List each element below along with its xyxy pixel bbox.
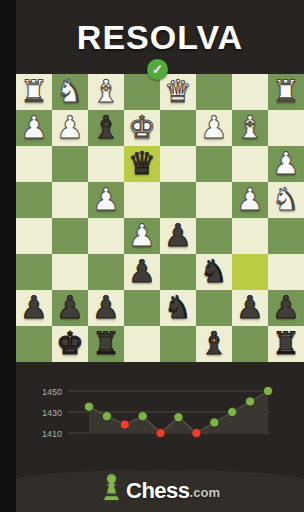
white-bishop: ♝ [88,74,124,110]
footer: Chess .com [16,458,304,512]
white-pawn: ♟ [268,146,304,182]
chess-board: ♜♞♝♛♜♟♟♝♚♟♝♛♟♟♟♞♟♟♟♞♟♟♟♞♟♟♚♜♝♜ [16,74,304,362]
square-a1[interactable]: ♜ [268,74,304,110]
black-rook: ♜ [88,326,124,362]
square-b2[interactable]: ♝ [232,110,268,146]
square-f7[interactable]: ♟ [88,290,124,326]
square-e2[interactable]: ♚ [124,110,160,146]
white-pawn: ♟ [52,110,88,146]
black-king: ♚ [52,326,88,362]
square-c8[interactable]: ♝ [196,326,232,362]
white-knight: ♞ [268,182,304,218]
correct-move-badge: ✓ [147,59,168,80]
square-a7[interactable]: ♟ [268,290,304,326]
square-a3[interactable]: ♟ [268,146,304,182]
square-g1[interactable]: ♞ [52,74,88,110]
square-b3[interactable] [232,146,268,182]
tick-label-1450: 1450 [42,387,62,397]
brand-name: Chess [126,478,190,504]
square-d3[interactable] [160,146,196,182]
square-f3[interactable] [88,146,124,182]
square-d7[interactable]: ♞ [160,290,196,326]
square-b7[interactable]: ♟ [232,290,268,326]
tick-label-1410: 1410 [42,429,62,439]
square-c1[interactable] [196,74,232,110]
square-h1[interactable]: ♜ [16,74,52,110]
square-d6[interactable] [160,254,196,290]
square-g4[interactable] [52,182,88,218]
square-e7[interactable] [124,290,160,326]
rating-point-10 [246,397,255,406]
brand-tld: .com [190,482,220,504]
white-rook: ♜ [268,74,304,110]
square-a6[interactable] [268,254,304,290]
white-bishop: ♝ [232,110,268,146]
square-h5[interactable] [16,218,52,254]
square-b8[interactable] [232,326,268,362]
square-d8[interactable] [160,326,196,362]
chesscom-logo[interactable]: Chess .com [16,472,304,504]
black-pawn: ♟ [160,218,196,254]
black-pawn: ♟ [52,290,88,326]
white-pawn: ♟ [124,218,160,254]
rating-point-9 [228,407,237,416]
rating-point-8 [210,418,219,427]
square-e4[interactable] [124,182,160,218]
square-f5[interactable] [88,218,124,254]
square-h3[interactable] [16,146,52,182]
square-b1[interactable] [232,74,268,110]
square-e6[interactable]: ♟ [124,254,160,290]
square-g7[interactable]: ♟ [52,290,88,326]
square-c5[interactable] [196,218,232,254]
square-f4[interactable]: ♟ [88,182,124,218]
square-g3[interactable] [52,146,88,182]
square-b4[interactable]: ♟ [232,182,268,218]
square-b6[interactable] [232,254,268,290]
rating-point-6 [174,413,183,422]
page-title: RESOLVA [77,18,243,57]
black-bishop: ♝ [88,110,124,146]
black-pawn: ♟ [88,290,124,326]
square-h8[interactable] [16,326,52,362]
black-pawn: ♟ [232,290,268,326]
square-h6[interactable] [16,254,52,290]
square-g6[interactable] [52,254,88,290]
square-a2[interactable] [268,110,304,146]
rating-point-1 [84,402,93,411]
rating-point-11 [263,386,272,395]
rating-chart-svg: 145014301410 [16,362,304,458]
white-pawn: ♟ [88,182,124,218]
square-g8[interactable]: ♚ [52,326,88,362]
square-d1[interactable]: ♛ [160,74,196,110]
square-f1[interactable]: ♝ [88,74,124,110]
black-knight: ♞ [196,254,232,290]
black-pawn: ♟ [268,290,304,326]
rating-point-7 [192,428,201,437]
square-g5[interactable] [52,218,88,254]
black-rook: ♜ [268,326,304,362]
square-a4[interactable]: ♞ [268,182,304,218]
rating-point-4 [138,412,147,421]
square-f2[interactable]: ♝ [88,110,124,146]
pawn-logo-icon [100,472,123,504]
rating-point-5 [156,428,165,437]
square-c6[interactable]: ♞ [196,254,232,290]
rating-chart: 145014301410 [16,362,304,458]
square-d2[interactable] [160,110,196,146]
white-knight: ♞ [52,74,88,110]
tick-label-1430: 1430 [42,408,62,418]
black-pawn: ♟ [16,290,52,326]
square-h7[interactable]: ♟ [16,290,52,326]
black-queen: ♛ [124,146,160,182]
square-d4[interactable] [160,182,196,218]
white-pawn: ♟ [232,182,268,218]
square-g2[interactable]: ♟ [52,110,88,146]
square-d5[interactable]: ♟ [160,218,196,254]
square-a5[interactable] [268,218,304,254]
white-pawn: ♟ [16,110,52,146]
white-king: ♚ [124,110,160,146]
black-pawn: ♟ [124,254,160,290]
square-f6[interactable] [88,254,124,290]
square-h4[interactable] [16,182,52,218]
square-h2[interactable]: ♟ [16,110,52,146]
square-f8[interactable]: ♜ [88,326,124,362]
app-screen: RESOLVA ♜♞♝♛♜♟♟♝♚♟♝♛♟♟♟♞♟♟♟♞♟♟♟♞♟♟♚♜♝♜ ✓… [16,0,304,512]
square-c2[interactable]: ♟ [196,110,232,146]
square-e3[interactable]: ♛ [124,146,160,182]
white-rook: ♜ [16,74,52,110]
black-knight: ♞ [160,290,196,326]
square-c4[interactable] [196,182,232,218]
white-queen: ♛ [160,74,196,110]
white-pawn: ♟ [196,110,232,146]
rating-point-3 [120,420,129,429]
square-e5[interactable]: ♟ [124,218,160,254]
square-a8[interactable]: ♜ [268,326,304,362]
square-c7[interactable] [196,290,232,326]
square-b5[interactable] [232,218,268,254]
square-c3[interactable] [196,146,232,182]
black-bishop: ♝ [196,326,232,362]
rating-point-2 [102,412,111,421]
square-e8[interactable] [124,326,160,362]
checkmark-icon: ✓ [152,59,163,80]
